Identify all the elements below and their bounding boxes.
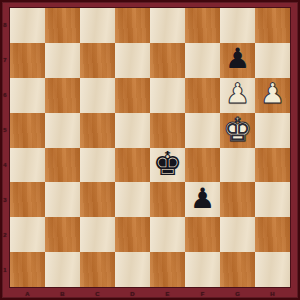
square-e8[interactable] xyxy=(150,8,185,43)
square-f7[interactable] xyxy=(185,43,220,78)
square-a3[interactable] xyxy=(10,182,45,217)
square-c4[interactable] xyxy=(80,148,115,183)
square-f4[interactable] xyxy=(185,148,220,183)
square-a7[interactable] xyxy=(10,43,45,78)
square-b8[interactable] xyxy=(45,8,80,43)
square-f1[interactable] xyxy=(185,252,220,287)
chessboard-frame: 87654321 ABCDEFGH ♟♟♟♚♚♟ xyxy=(0,0,300,300)
square-d4[interactable] xyxy=(115,148,150,183)
square-c7[interactable] xyxy=(80,43,115,78)
rank-label-8: 8 xyxy=(0,8,10,43)
rank-label-7: 7 xyxy=(0,43,10,78)
square-g6[interactable]: ♟ xyxy=(220,78,255,113)
square-h1[interactable] xyxy=(255,252,290,287)
black-king[interactable]: ♚ xyxy=(153,147,183,180)
square-b3[interactable] xyxy=(45,182,80,217)
square-e1[interactable] xyxy=(150,252,185,287)
file-label-h: H xyxy=(255,287,290,300)
square-d1[interactable] xyxy=(115,252,150,287)
square-b5[interactable] xyxy=(45,113,80,148)
white-pawn[interactable]: ♟ xyxy=(260,80,285,108)
square-b2[interactable] xyxy=(45,217,80,252)
square-h2[interactable] xyxy=(255,217,290,252)
rank-label-1: 1 xyxy=(0,252,10,287)
square-g5[interactable]: ♚ xyxy=(220,113,255,148)
square-h4[interactable] xyxy=(255,148,290,183)
rank-label-2: 2 xyxy=(0,217,10,252)
square-b6[interactable] xyxy=(45,78,80,113)
square-c2[interactable] xyxy=(80,217,115,252)
square-b7[interactable] xyxy=(45,43,80,78)
white-king[interactable]: ♚ xyxy=(223,113,253,146)
square-c6[interactable] xyxy=(80,78,115,113)
square-h3[interactable] xyxy=(255,182,290,217)
square-a6[interactable] xyxy=(10,78,45,113)
file-label-c: C xyxy=(80,287,115,300)
square-c1[interactable] xyxy=(80,252,115,287)
square-f3[interactable]: ♟ xyxy=(185,182,220,217)
square-c8[interactable] xyxy=(80,8,115,43)
square-d3[interactable] xyxy=(115,182,150,217)
square-e5[interactable] xyxy=(150,113,185,148)
rank-labels: 87654321 xyxy=(0,8,10,287)
square-a2[interactable] xyxy=(10,217,45,252)
square-h8[interactable] xyxy=(255,8,290,43)
file-labels: ABCDEFGH xyxy=(10,287,290,300)
square-h7[interactable] xyxy=(255,43,290,78)
square-d7[interactable] xyxy=(115,43,150,78)
square-e2[interactable] xyxy=(150,217,185,252)
square-h5[interactable] xyxy=(255,113,290,148)
square-g1[interactable] xyxy=(220,252,255,287)
square-f6[interactable] xyxy=(185,78,220,113)
square-a4[interactable] xyxy=(10,148,45,183)
square-g2[interactable] xyxy=(220,217,255,252)
square-d6[interactable] xyxy=(115,78,150,113)
file-label-a: A xyxy=(10,287,45,300)
square-e3[interactable] xyxy=(150,182,185,217)
square-b1[interactable] xyxy=(45,252,80,287)
black-pawn[interactable]: ♟ xyxy=(190,185,215,213)
file-label-d: D xyxy=(115,287,150,300)
square-d8[interactable] xyxy=(115,8,150,43)
rank-label-3: 3 xyxy=(0,182,10,217)
file-label-g: G xyxy=(220,287,255,300)
square-e6[interactable] xyxy=(150,78,185,113)
square-b4[interactable] xyxy=(45,148,80,183)
square-c5[interactable] xyxy=(80,113,115,148)
file-label-e: E xyxy=(150,287,185,300)
chessboard: ♟♟♟♚♚♟ xyxy=(10,8,290,287)
square-a5[interactable] xyxy=(10,113,45,148)
square-a1[interactable] xyxy=(10,252,45,287)
square-g7[interactable]: ♟ xyxy=(220,43,255,78)
square-e4[interactable]: ♚ xyxy=(150,148,185,183)
square-e7[interactable] xyxy=(150,43,185,78)
rank-label-5: 5 xyxy=(0,113,10,148)
square-g8[interactable] xyxy=(220,8,255,43)
square-f5[interactable] xyxy=(185,113,220,148)
square-f2[interactable] xyxy=(185,217,220,252)
square-d5[interactable] xyxy=(115,113,150,148)
square-d2[interactable] xyxy=(115,217,150,252)
square-g3[interactable] xyxy=(220,182,255,217)
square-a8[interactable] xyxy=(10,8,45,43)
file-label-f: F xyxy=(185,287,220,300)
rank-label-4: 4 xyxy=(0,148,10,183)
square-c3[interactable] xyxy=(80,182,115,217)
rank-label-6: 6 xyxy=(0,78,10,113)
square-g4[interactable] xyxy=(220,148,255,183)
square-f8[interactable] xyxy=(185,8,220,43)
file-label-b: B xyxy=(45,287,80,300)
white-pawn[interactable]: ♟ xyxy=(225,80,250,108)
square-h6[interactable]: ♟ xyxy=(255,78,290,113)
black-pawn[interactable]: ♟ xyxy=(225,45,250,73)
